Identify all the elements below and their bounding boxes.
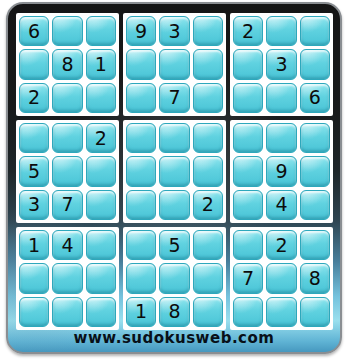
- cell-r4c1[interactable]: [19, 123, 49, 153]
- cell-r7c9[interactable]: [300, 230, 330, 260]
- cell-r2c3[interactable]: 1: [86, 49, 116, 79]
- cell-r9c4[interactable]: 1: [126, 297, 156, 327]
- cell-r7c7[interactable]: [233, 230, 263, 260]
- cell-r1c6[interactable]: [193, 16, 223, 46]
- cell-r5c8[interactable]: 9: [266, 156, 296, 186]
- sudoku-box-9: 278: [230, 227, 333, 330]
- cell-r2c8[interactable]: 3: [266, 49, 296, 79]
- cell-r7c5[interactable]: 5: [159, 230, 189, 260]
- cell-r7c3[interactable]: [86, 230, 116, 260]
- cell-r6c4[interactable]: [126, 190, 156, 220]
- cell-r4c6[interactable]: [193, 123, 223, 153]
- cell-r8c3[interactable]: [86, 263, 116, 293]
- sudoku-box-1: 6812: [16, 13, 119, 116]
- cell-r6c3[interactable]: [86, 190, 116, 220]
- cell-r4c3[interactable]: 2: [86, 123, 116, 153]
- page-background: { "game": "sudoku", "title": "Sudoku puz…: [0, 0, 350, 360]
- cell-r5c5[interactable]: [159, 156, 189, 186]
- cell-r4c9[interactable]: [300, 123, 330, 153]
- cell-r9c3[interactable]: [86, 297, 116, 327]
- cell-r7c4[interactable]: [126, 230, 156, 260]
- cell-r2c9[interactable]: [300, 49, 330, 79]
- cell-r7c8[interactable]: 2: [266, 230, 296, 260]
- cell-r6c6[interactable]: 2: [193, 190, 223, 220]
- cell-r1c4[interactable]: 9: [126, 16, 156, 46]
- cell-r5c7[interactable]: [233, 156, 263, 186]
- cell-r9c7[interactable]: [233, 297, 263, 327]
- cell-r8c6[interactable]: [193, 263, 223, 293]
- cell-r4c8[interactable]: [266, 123, 296, 153]
- cell-r8c1[interactable]: [19, 263, 49, 293]
- sudoku-board: 6812937236253729414518278: [16, 13, 333, 330]
- cell-r5c1[interactable]: 5: [19, 156, 49, 186]
- cell-r8c8[interactable]: [266, 263, 296, 293]
- sudoku-box-2: 937: [123, 13, 226, 116]
- cell-r6c8[interactable]: 4: [266, 190, 296, 220]
- sudoku-box-6: 94: [230, 120, 333, 223]
- cell-r9c1[interactable]: [19, 297, 49, 327]
- cell-r6c5[interactable]: [159, 190, 189, 220]
- cell-r8c7[interactable]: 7: [233, 263, 263, 293]
- cell-r9c6[interactable]: [193, 297, 223, 327]
- cell-r5c2[interactable]: [52, 156, 82, 186]
- cell-r9c5[interactable]: 8: [159, 297, 189, 327]
- cell-r8c5[interactable]: [159, 263, 189, 293]
- cell-r1c7[interactable]: 2: [233, 16, 263, 46]
- cell-r3c8[interactable]: [266, 83, 296, 113]
- cell-r3c7[interactable]: [233, 83, 263, 113]
- cell-r4c5[interactable]: [159, 123, 189, 153]
- site-url-link[interactable]: www.sudokusweb.com: [74, 329, 275, 347]
- sudoku-box-7: 14: [16, 227, 119, 330]
- cell-r3c3[interactable]: [86, 83, 116, 113]
- cell-r6c1[interactable]: 3: [19, 190, 49, 220]
- cell-r1c2[interactable]: [52, 16, 82, 46]
- cell-r7c2[interactable]: 4: [52, 230, 82, 260]
- cell-r1c3[interactable]: [86, 16, 116, 46]
- sudoku-box-3: 236: [230, 13, 333, 116]
- cell-r4c7[interactable]: [233, 123, 263, 153]
- cell-r6c7[interactable]: [233, 190, 263, 220]
- cell-r2c5[interactable]: [159, 49, 189, 79]
- cell-r1c5[interactable]: 3: [159, 16, 189, 46]
- cell-r9c2[interactable]: [52, 297, 82, 327]
- cell-r1c8[interactable]: [266, 16, 296, 46]
- cell-r2c7[interactable]: [233, 49, 263, 79]
- cell-r2c2[interactable]: 8: [52, 49, 82, 79]
- cell-r7c1[interactable]: 1: [19, 230, 49, 260]
- cell-r2c4[interactable]: [126, 49, 156, 79]
- cell-r5c6[interactable]: [193, 156, 223, 186]
- cell-r3c6[interactable]: [193, 83, 223, 113]
- cell-r2c6[interactable]: [193, 49, 223, 79]
- cell-r3c2[interactable]: [52, 83, 82, 113]
- cell-r5c3[interactable]: [86, 156, 116, 186]
- cell-r5c4[interactable]: [126, 156, 156, 186]
- footer: www.sudokusweb.com: [8, 328, 340, 347]
- cell-r6c2[interactable]: 7: [52, 190, 82, 220]
- cell-r1c1[interactable]: 6: [19, 16, 49, 46]
- cell-r7c6[interactable]: [193, 230, 223, 260]
- sudoku-frame: 6812937236253729414518278 www.sudokusweb…: [6, 2, 342, 354]
- cell-r3c4[interactable]: [126, 83, 156, 113]
- cell-r8c2[interactable]: [52, 263, 82, 293]
- cell-r5c9[interactable]: [300, 156, 330, 186]
- sudoku-box-5: 2: [123, 120, 226, 223]
- cell-r8c4[interactable]: [126, 263, 156, 293]
- sudoku-box-4: 2537: [16, 120, 119, 223]
- cell-r4c4[interactable]: [126, 123, 156, 153]
- sudoku-box-8: 518: [123, 227, 226, 330]
- cell-r8c9[interactable]: 8: [300, 263, 330, 293]
- cell-r3c5[interactable]: 7: [159, 83, 189, 113]
- cell-r3c9[interactable]: 6: [300, 83, 330, 113]
- cell-r3c1[interactable]: 2: [19, 83, 49, 113]
- cell-r1c9[interactable]: [300, 16, 330, 46]
- cell-r4c2[interactable]: [52, 123, 82, 153]
- cell-r2c1[interactable]: [19, 49, 49, 79]
- cell-r9c8[interactable]: [266, 297, 296, 327]
- cell-r9c9[interactable]: [300, 297, 330, 327]
- cell-r6c9[interactable]: [300, 190, 330, 220]
